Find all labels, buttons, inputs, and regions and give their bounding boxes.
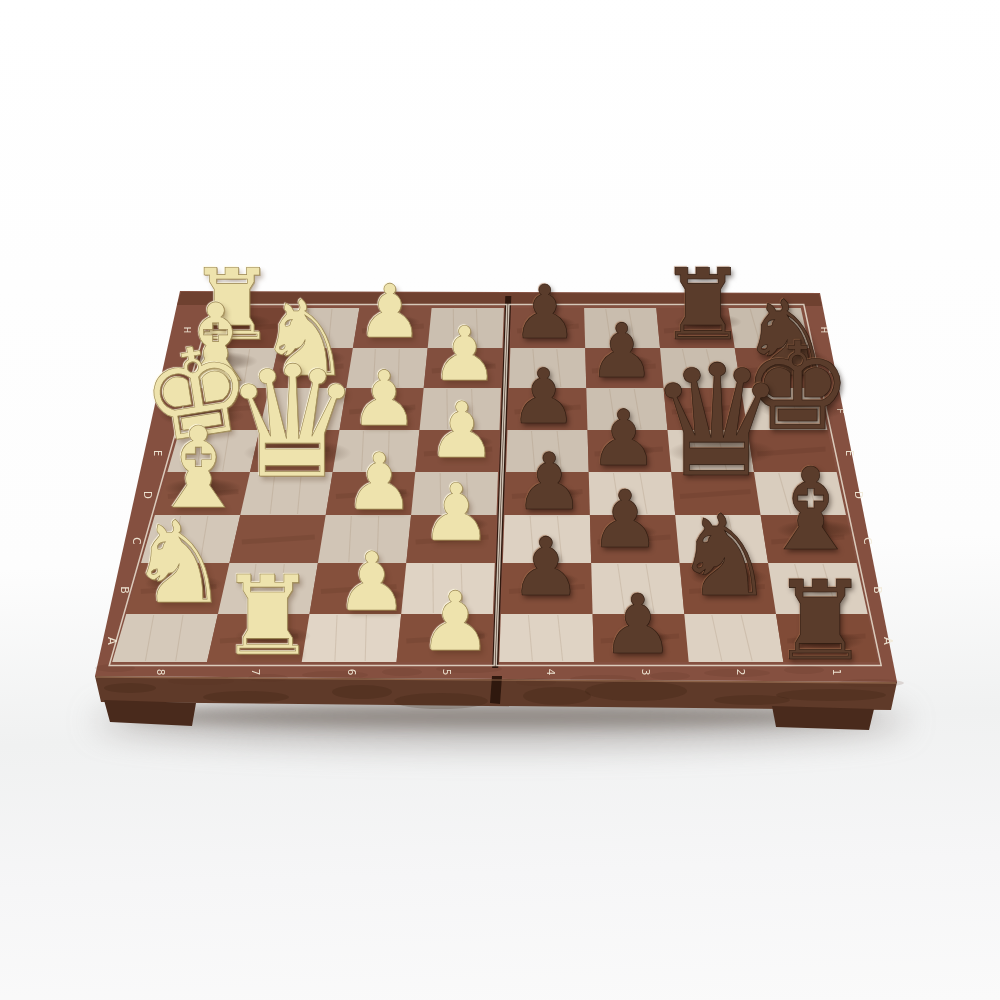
side-grain: [394, 693, 488, 709]
square-b7: [218, 563, 318, 614]
square-f7: [260, 388, 347, 430]
chess-set-photo: HGFEDCBAHGFEDCBA87654321 ♜♟♜♟♞♞♝♟♟♟♟♚♚♟♟…: [0, 0, 1000, 1000]
square-g6: [346, 348, 427, 388]
rank-label-4: 4: [545, 669, 557, 676]
file-label-right-C: C: [862, 537, 874, 544]
side-grain: [523, 687, 591, 705]
chess-board: HGFEDCBAHGFEDCBA87654321: [0, 0, 1000, 1000]
square-b3: [591, 563, 684, 614]
file-label-right-F: F: [835, 408, 846, 413]
file-label-left-F: F: [162, 408, 173, 413]
square-b1: [768, 563, 868, 614]
board-foot-left: [104, 700, 196, 726]
board-foot-right: [772, 706, 874, 730]
square-d1: [754, 472, 846, 515]
square-h1: [729, 308, 810, 348]
rank-label-5: 5: [441, 669, 453, 676]
side-grain: [104, 683, 156, 693]
frame-grain: [516, 678, 556, 686]
square-f1: [741, 388, 828, 430]
square-g4: [509, 348, 586, 388]
side-grain: [585, 681, 687, 701]
file-label-right-D: D: [853, 491, 864, 499]
square-a4: [499, 614, 594, 662]
square-e6: [333, 430, 420, 472]
file-label-left-A: A: [105, 637, 119, 645]
rank-label-1: 1: [831, 669, 843, 676]
square-d7: [240, 472, 332, 515]
file-label-left-H: H: [182, 327, 192, 333]
file-label-right-G: G: [827, 367, 837, 374]
file-label-right-B: B: [871, 586, 884, 594]
square-a6: [302, 614, 402, 662]
square-c4: [503, 515, 591, 563]
square-b5: [401, 563, 495, 614]
rank-label-2: 2: [735, 669, 747, 676]
square-h7: [278, 308, 359, 348]
square-c2: [675, 515, 768, 563]
square-a2: [684, 614, 783, 662]
file-label-left-G: G: [172, 367, 182, 374]
rank-label-6: 6: [346, 669, 358, 676]
side-grain: [776, 689, 886, 701]
square-c8: [141, 515, 240, 563]
side-grain: [203, 691, 289, 703]
square-d3: [589, 472, 676, 515]
square-c6: [318, 515, 411, 563]
file-label-right-H: H: [819, 327, 829, 333]
file-label-right-E: E: [844, 450, 855, 456]
square-e4: [506, 430, 589, 472]
file-label-left-D: D: [142, 491, 153, 499]
square-e8: [167, 430, 259, 472]
square-h3: [584, 308, 660, 348]
file-label-left-B: B: [118, 586, 131, 594]
side-grain: [332, 685, 392, 699]
square-g2: [660, 348, 741, 388]
rank-label-7: 7: [250, 669, 262, 676]
rank-label-8: 8: [155, 669, 167, 676]
square-f3: [586, 388, 667, 430]
file-label-left-E: E: [152, 450, 163, 456]
square-a8: [112, 614, 218, 662]
file-label-right-A: A: [881, 637, 895, 645]
frame-grain: [650, 672, 690, 680]
wood-grain: [447, 389, 448, 429]
square-d5: [411, 472, 498, 515]
frame-grain: [382, 668, 422, 676]
rank-label-3: 3: [640, 669, 652, 676]
frame-grain: [784, 666, 824, 674]
square-e2: [668, 430, 755, 472]
file-label-left-C: C: [131, 537, 143, 544]
square-h5: [428, 308, 504, 348]
square-f5: [420, 388, 502, 430]
wood-grain: [453, 309, 454, 347]
frame-grain: [570, 675, 636, 683]
square-g8: [192, 348, 278, 388]
